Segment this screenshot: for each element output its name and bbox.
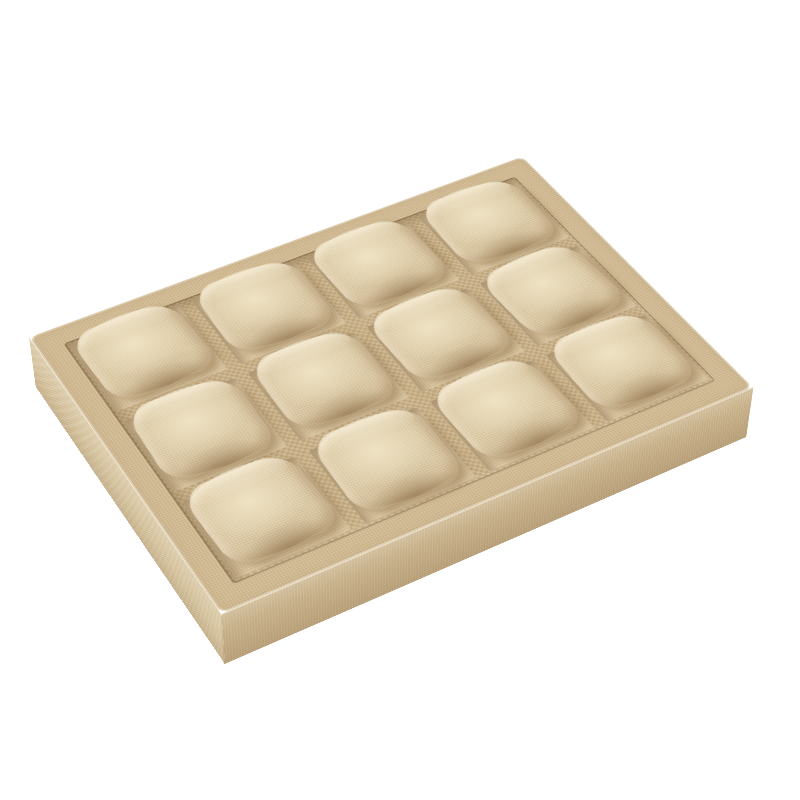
scene	[0, 0, 800, 800]
tray-cell	[182, 456, 352, 578]
watch-pillow	[306, 402, 468, 518]
product-photo	[0, 0, 800, 800]
watch-pillow	[123, 373, 280, 485]
tray-grid	[63, 177, 716, 584]
tray-cell	[70, 305, 227, 411]
tray-cell	[124, 378, 287, 492]
tray-interior	[63, 177, 716, 584]
watch-pillow	[178, 449, 345, 572]
watch-pillow	[425, 353, 588, 465]
display-tray	[29, 156, 753, 613]
tray-cell	[430, 360, 595, 472]
tray-cell	[308, 407, 475, 524]
watch-pillow	[67, 298, 221, 405]
